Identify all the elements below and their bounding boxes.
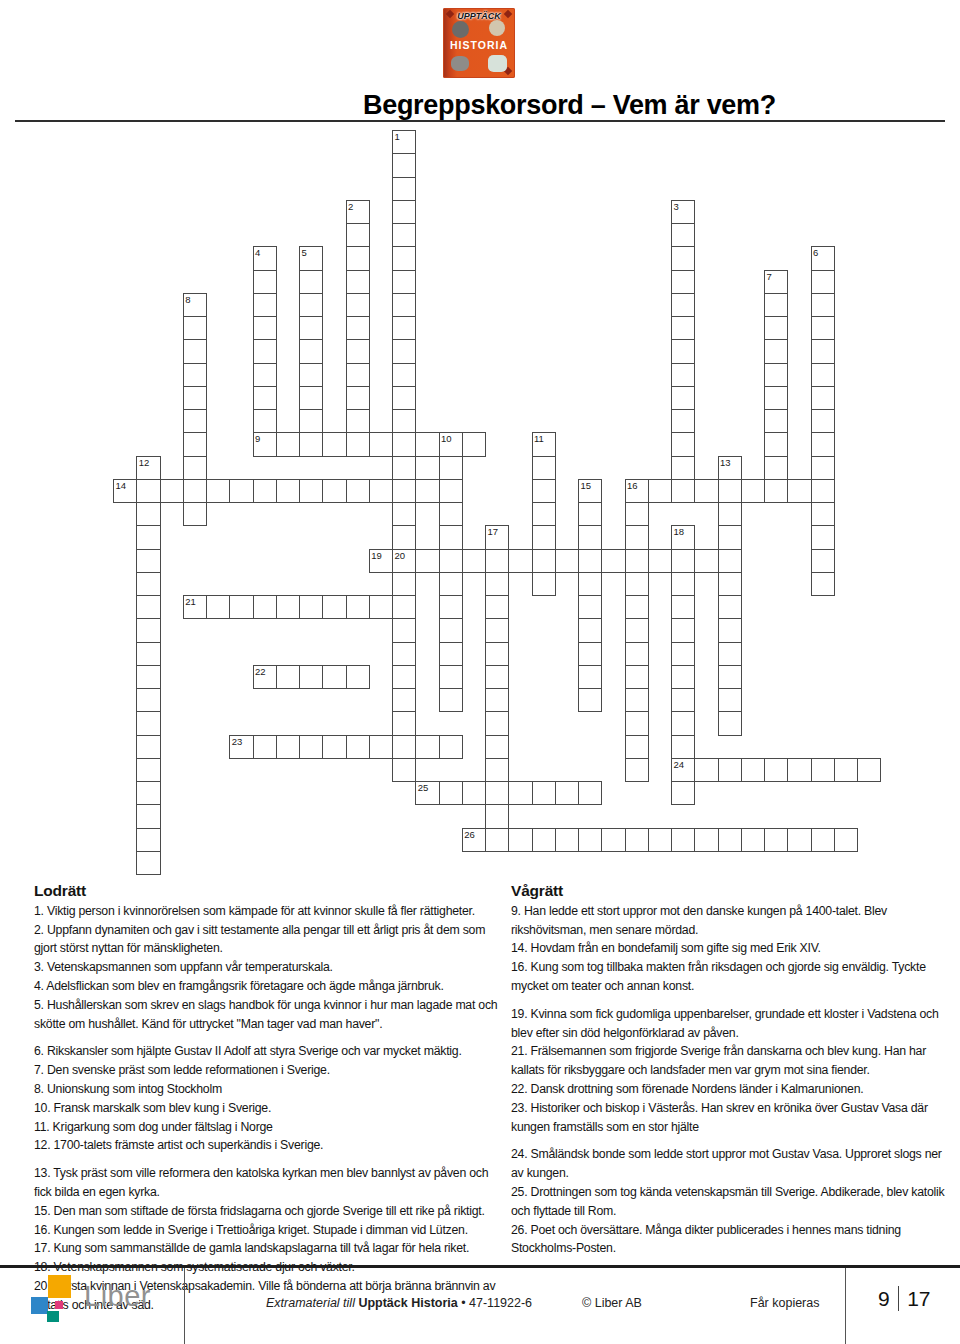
grid-cell[interactable] (485, 735, 509, 759)
grid-cell[interactable] (787, 758, 811, 782)
grid-cell[interactable] (671, 293, 695, 317)
grid-cell[interactable] (136, 688, 160, 712)
grid-cell[interactable] (485, 828, 509, 852)
grid-cell[interactable] (532, 456, 556, 480)
grid-cell[interactable] (578, 525, 602, 549)
grid-cell[interactable] (183, 386, 207, 410)
grid-cell[interactable] (625, 665, 649, 689)
grid-cell[interactable] (601, 549, 625, 573)
grid-cell[interactable] (439, 665, 463, 689)
grid-cell[interactable] (253, 386, 277, 410)
clue: 18. Vetenskapsmannen som systematiserade… (34, 1258, 506, 1277)
grid-cell[interactable] (415, 549, 439, 573)
grid-cell[interactable] (718, 828, 742, 852)
grid-cell[interactable] (253, 595, 277, 619)
clue: 14. Hovdam från en bondefamilj som gifte… (511, 939, 954, 958)
grid-cell[interactable] (671, 572, 695, 596)
grid-cell[interactable] (555, 781, 579, 805)
grid-cell[interactable] (625, 828, 649, 852)
grid-cell[interactable] (369, 595, 393, 619)
grid-cell[interactable] (136, 479, 160, 503)
grid-cell[interactable] (322, 735, 346, 759)
clue-number: 20 (395, 551, 406, 561)
grid-cell[interactable] (462, 549, 486, 573)
footer-material-isbn: • 47-11922-6 (458, 1296, 532, 1310)
clue: 21. Frälsemannen som frigjorde Sverige f… (511, 1042, 954, 1080)
clues-down-title: Lodrätt (34, 882, 506, 901)
grid-cell[interactable] (485, 688, 509, 712)
grid-cell[interactable] (392, 618, 416, 642)
grid-cell[interactable] (346, 246, 370, 270)
grid-cell[interactable] (392, 502, 416, 526)
grid-cell[interactable] (346, 735, 370, 759)
grid-cell[interactable] (811, 432, 835, 456)
grid-cell[interactable] (183, 432, 207, 456)
grid-cell[interactable] (671, 223, 695, 247)
grid-cell[interactable] (718, 525, 742, 549)
clue-number: 7 (767, 272, 772, 282)
grid-cell[interactable] (136, 595, 160, 619)
grid-cell[interactable] (485, 572, 509, 596)
grid-cell[interactable] (462, 432, 486, 456)
grid-cell[interactable] (532, 525, 556, 549)
grid-cell[interactable] (578, 618, 602, 642)
grid-cell[interactable] (276, 665, 300, 689)
grid-cell[interactable] (718, 642, 742, 666)
grid-cell[interactable] (392, 642, 416, 666)
grid-cell[interactable] (741, 479, 765, 503)
grid-cell[interactable] (346, 293, 370, 317)
grid-cell[interactable] (299, 409, 323, 433)
grid-cell[interactable] (625, 735, 649, 759)
grid-cell[interactable] (811, 549, 835, 573)
clues-down-list: 1. Viktig person i kvinnorörelsen som kä… (34, 902, 506, 1315)
grid-cell[interactable] (671, 781, 695, 805)
grid-cell[interactable] (415, 432, 439, 456)
grid-cell[interactable] (136, 549, 160, 573)
grid-cell[interactable] (764, 293, 788, 317)
clue-number: 18 (674, 527, 685, 537)
grid-cell[interactable] (625, 688, 649, 712)
grid-cell[interactable] (718, 572, 742, 596)
grid-cell[interactable] (183, 409, 207, 433)
grid-cell[interactable] (671, 432, 695, 456)
clue: 7. Den svenske präst som ledde reformati… (34, 1061, 506, 1080)
grid-cell[interactable] (671, 270, 695, 294)
grid-cell[interactable] (625, 711, 649, 735)
grid-cell[interactable] (136, 502, 160, 526)
grid-cell[interactable] (625, 758, 649, 782)
clues-across-title: Vågrätt (511, 882, 954, 901)
grid-cell[interactable] (671, 642, 695, 666)
clue: 19. Kvinna som fick gudomliga uppenbarel… (511, 1005, 954, 1043)
grid-cell[interactable] (718, 502, 742, 526)
grid-cell[interactable] (578, 642, 602, 666)
grid-cell[interactable] (811, 316, 835, 340)
grid-cell[interactable] (346, 409, 370, 433)
grid-cell[interactable] (578, 665, 602, 689)
clue: 10. Fransk marskalk som blev kung i Sver… (34, 1099, 506, 1118)
grid-cell[interactable] (625, 642, 649, 666)
grid-cell[interactable] (136, 828, 160, 852)
grid-cell[interactable] (415, 735, 439, 759)
grid-cell[interactable] (532, 572, 556, 596)
grid-cell[interactable] (485, 642, 509, 666)
grid-cell[interactable] (508, 549, 532, 573)
grid-cell[interactable] (718, 711, 742, 735)
footer-rule (0, 1265, 960, 1268)
grid-cell[interactable] (764, 339, 788, 363)
grid-cell[interactable] (671, 456, 695, 480)
grid-cell[interactable] (346, 479, 370, 503)
grid-cell[interactable] (671, 316, 695, 340)
grid-cell[interactable] (229, 479, 253, 503)
clue-number: 5 (302, 248, 307, 258)
grid-cell[interactable] (346, 270, 370, 294)
grid-cell[interactable] (694, 549, 718, 573)
grid-cell[interactable] (183, 456, 207, 480)
grid-cell[interactable] (299, 386, 323, 410)
grid-cell[interactable] (811, 339, 835, 363)
clues-down-column: Lodrätt 1. Viktig person i kvinnorörelse… (34, 882, 506, 1324)
grid-cell[interactable] (811, 828, 835, 852)
grid-cell[interactable] (532, 828, 556, 852)
grid-cell[interactable] (811, 293, 835, 317)
grid-cell[interactable] (415, 479, 439, 503)
grid-cell[interactable] (764, 432, 788, 456)
grid-cell[interactable] (648, 479, 672, 503)
grid-cell[interactable] (253, 363, 277, 387)
grid-cell[interactable] (764, 828, 788, 852)
grid-cell[interactable] (183, 316, 207, 340)
grid-cell[interactable] (811, 456, 835, 480)
clue: 3. Vetenskapsmannen som uppfann vår temp… (34, 958, 506, 977)
grid-cell[interactable] (276, 595, 300, 619)
grid-cell[interactable] (392, 293, 416, 317)
grid-cell[interactable] (183, 502, 207, 526)
grid-cell[interactable] (741, 758, 765, 782)
grid-cell[interactable] (253, 339, 277, 363)
grid-cell[interactable] (811, 572, 835, 596)
grid-cell[interactable] (718, 479, 742, 503)
grid-cell[interactable] (811, 386, 835, 410)
grid-cell[interactable] (811, 479, 835, 503)
grid-cell[interactable] (694, 758, 718, 782)
grid-cell[interactable] (462, 781, 486, 805)
clue: 6. Rikskansler som hjälpte Gustav II Ado… (34, 1042, 506, 1061)
grid-cell[interactable] (532, 781, 556, 805)
clue: 9. Han ledde ett stort uppror mot den da… (511, 902, 954, 940)
grid-cell[interactable] (671, 618, 695, 642)
grid-cell[interactable] (857, 758, 881, 782)
grid-cell[interactable] (532, 502, 556, 526)
grid-cell[interactable] (718, 549, 742, 573)
grid-cell[interactable] (206, 479, 230, 503)
clues-across-column: Vågrätt 9. Han ledde ett stort uppror mo… (511, 882, 954, 1267)
grid-cell[interactable] (392, 688, 416, 712)
clue-number: 9 (255, 434, 260, 444)
grid-cell[interactable] (485, 595, 509, 619)
grid-cell[interactable] (671, 688, 695, 712)
grid-cell[interactable] (392, 200, 416, 224)
grid-cell[interactable] (508, 828, 532, 852)
grid-cell[interactable] (136, 572, 160, 596)
grid-cell[interactable] (439, 572, 463, 596)
grid-cell[interactable] (764, 316, 788, 340)
grid-cell[interactable] (392, 525, 416, 549)
grid-cell[interactable] (299, 432, 323, 456)
grid-cell[interactable] (578, 781, 602, 805)
grid-cell[interactable] (253, 293, 277, 317)
grid-cell[interactable] (392, 386, 416, 410)
grid-cell[interactable] (276, 432, 300, 456)
grid-cell[interactable] (694, 828, 718, 852)
clues-across-list: 9. Han ledde ett stort uppror mot den da… (511, 902, 954, 1258)
grid-cell[interactable] (392, 153, 416, 177)
grid-cell[interactable] (741, 828, 765, 852)
grid-cell[interactable] (392, 595, 416, 619)
grid-cell[interactable] (485, 781, 509, 805)
grid-cell[interactable] (299, 293, 323, 317)
grid-cell[interactable] (346, 223, 370, 247)
grid-cell[interactable] (787, 828, 811, 852)
grid-cell[interactable] (136, 758, 160, 782)
grid-cell[interactable] (369, 735, 393, 759)
grid-cell[interactable] (299, 665, 323, 689)
grid-cell[interactable] (578, 828, 602, 852)
grid-cell[interactable] (648, 549, 672, 573)
clue-group: 24. Småländsk bonde som ledde stort uppr… (511, 1145, 954, 1258)
grid-cell[interactable] (718, 595, 742, 619)
grid-cell[interactable] (532, 479, 556, 503)
grid-cell[interactable] (764, 409, 788, 433)
grid-cell[interactable] (276, 735, 300, 759)
clue: 13. Tysk präst som ville reformera den k… (34, 1164, 506, 1202)
clue: 2. Uppfann dynamiten och gav i sitt test… (34, 921, 506, 959)
grid-cell[interactable] (671, 363, 695, 387)
grid-cell[interactable] (392, 339, 416, 363)
clue-number: 10 (441, 434, 452, 444)
grid-cell[interactable] (671, 246, 695, 270)
grid-cell[interactable] (136, 642, 160, 666)
grid-cell[interactable] (439, 618, 463, 642)
grid-cell[interactable] (299, 339, 323, 363)
grid-cell[interactable] (625, 572, 649, 596)
grid-cell[interactable] (764, 386, 788, 410)
grid-cell[interactable] (555, 828, 579, 852)
grid-cell[interactable] (439, 502, 463, 526)
grid-cell[interactable] (625, 618, 649, 642)
grid-cell[interactable] (136, 804, 160, 828)
grid-cell[interactable] (369, 432, 393, 456)
grid-cell[interactable] (718, 665, 742, 689)
grid-cell[interactable] (136, 665, 160, 689)
grid-cell[interactable] (439, 781, 463, 805)
grid-cell[interactable] (160, 479, 184, 503)
grid-cell[interactable] (485, 549, 509, 573)
footer-material-text: Extramaterial till Upptäck Historia • 47… (266, 1296, 532, 1310)
grid-cell[interactable] (369, 479, 393, 503)
grid-cell[interactable] (346, 432, 370, 456)
grid-cell[interactable] (346, 665, 370, 689)
crossword-board[interactable]: 1234567891011121314151617181920212223242… (0, 0, 960, 900)
grid-cell[interactable] (671, 735, 695, 759)
grid-cell[interactable] (578, 549, 602, 573)
grid-cell[interactable] (253, 735, 277, 759)
grid-cell[interactable] (694, 479, 718, 503)
grid-cell[interactable] (136, 781, 160, 805)
grid-cell[interactable] (787, 479, 811, 503)
grid-cell[interactable] (299, 316, 323, 340)
clue-group: 6. Rikskansler som hjälpte Gustav II Ado… (34, 1042, 506, 1155)
clue-number: 13 (720, 458, 731, 468)
grid-cell[interactable] (811, 502, 835, 526)
grid-cell[interactable] (439, 549, 463, 573)
grid-cell[interactable] (555, 549, 579, 573)
grid-cell[interactable] (299, 735, 323, 759)
clue: 22. Dansk drottning som förenade Nordens… (511, 1080, 954, 1099)
grid-cell[interactable] (718, 688, 742, 712)
grid-cell[interactable] (485, 758, 509, 782)
grid-cell[interactable] (578, 688, 602, 712)
grid-cell[interactable] (392, 758, 416, 782)
grid-cell[interactable] (392, 665, 416, 689)
grid-cell[interactable] (253, 479, 277, 503)
grid-cell[interactable] (276, 479, 300, 503)
grid-cell[interactable] (136, 711, 160, 735)
grid-cell[interactable] (183, 479, 207, 503)
grid-cell[interactable] (392, 409, 416, 433)
grid-cell[interactable] (136, 851, 160, 875)
grid-cell[interactable] (625, 525, 649, 549)
grid-cell[interactable] (718, 618, 742, 642)
grid-cell[interactable] (625, 595, 649, 619)
grid-cell[interactable] (392, 735, 416, 759)
grid-cell[interactable] (439, 456, 463, 480)
grid-cell[interactable] (439, 688, 463, 712)
grid-cell[interactable] (718, 758, 742, 782)
grid-cell[interactable] (601, 828, 625, 852)
grid-cell[interactable] (671, 339, 695, 363)
grid-cell[interactable] (183, 363, 207, 387)
grid-cell[interactable] (392, 432, 416, 456)
clue-number: 1 (395, 132, 400, 142)
grid-cell[interactable] (253, 270, 277, 294)
grid-cell[interactable] (439, 525, 463, 549)
grid-cell[interactable] (392, 223, 416, 247)
grid-cell[interactable] (346, 363, 370, 387)
grid-cell[interactable] (671, 479, 695, 503)
clue: 24. Småländsk bonde som ledde stort uppr… (511, 1145, 954, 1183)
grid-cell[interactable] (136, 525, 160, 549)
clue-number: 19 (371, 551, 382, 561)
grid-cell[interactable] (811, 525, 835, 549)
grid-cell[interactable] (299, 595, 323, 619)
grid-cell[interactable] (811, 758, 835, 782)
grid-cell[interactable] (346, 316, 370, 340)
clue: 17. Kung som sammanställde de gamla land… (34, 1239, 506, 1258)
grid-cell[interactable] (764, 758, 788, 782)
grid-cell[interactable] (299, 363, 323, 387)
grid-cell[interactable] (485, 711, 509, 735)
grid-cell[interactable] (834, 758, 858, 782)
grid-cell[interactable] (322, 432, 346, 456)
grid-cell[interactable] (671, 595, 695, 619)
grid-cell[interactable] (485, 665, 509, 689)
grid-cell[interactable] (392, 456, 416, 480)
grid-cell[interactable] (346, 595, 370, 619)
grid-cell[interactable] (206, 595, 230, 619)
clue-number: 26 (464, 830, 475, 840)
liber-logo-magenta-square-icon (55, 1301, 63, 1309)
grid-cell[interactable] (811, 363, 835, 387)
grid-cell[interactable] (136, 618, 160, 642)
grid-cell[interactable] (392, 270, 416, 294)
grid-cell[interactable] (671, 828, 695, 852)
clue: 15. Den man som stiftade de första frids… (34, 1202, 506, 1221)
grid-cell[interactable] (253, 409, 277, 433)
clue-group: 1. Viktig person i kvinnorörelsen som kä… (34, 902, 506, 1034)
grid-cell[interactable] (392, 479, 416, 503)
grid-cell[interactable] (392, 363, 416, 387)
grid-cell[interactable] (299, 479, 323, 503)
grid-cell[interactable] (392, 246, 416, 270)
grid-cell[interactable] (322, 595, 346, 619)
grid-cell[interactable] (671, 711, 695, 735)
grid-cell[interactable] (183, 339, 207, 363)
grid-cell[interactable] (439, 642, 463, 666)
grid-cell[interactable] (299, 270, 323, 294)
grid-cell[interactable] (346, 386, 370, 410)
grid-cell[interactable] (253, 316, 277, 340)
grid-cell[interactable] (532, 549, 556, 573)
grid-cell[interactable] (671, 549, 695, 573)
grid-cell[interactable] (392, 316, 416, 340)
grid-cell[interactable] (625, 502, 649, 526)
grid-cell[interactable] (439, 479, 463, 503)
grid-cell[interactable] (671, 386, 695, 410)
grid-cell[interactable] (625, 549, 649, 573)
grid-cell[interactable] (671, 665, 695, 689)
grid-cell[interactable] (764, 363, 788, 387)
grid-cell[interactable] (136, 735, 160, 759)
grid-cell[interactable] (392, 572, 416, 596)
grid-cell[interactable] (764, 479, 788, 503)
grid-cell[interactable] (671, 409, 695, 433)
grid-cell[interactable] (578, 572, 602, 596)
grid-cell[interactable] (229, 595, 253, 619)
grid-cell[interactable] (346, 339, 370, 363)
grid-cell[interactable] (648, 828, 672, 852)
grid-cell[interactable] (322, 479, 346, 503)
grid-cell[interactable] (578, 595, 602, 619)
clue: 25. Drottningen som tog kända vetenskaps… (511, 1183, 954, 1221)
grid-cell[interactable] (834, 828, 858, 852)
grid-cell[interactable] (392, 711, 416, 735)
grid-cell[interactable] (322, 665, 346, 689)
grid-cell[interactable] (392, 177, 416, 201)
grid-cell[interactable] (508, 781, 532, 805)
grid-cell[interactable] (485, 804, 509, 828)
grid-cell[interactable] (578, 502, 602, 526)
grid-cell[interactable] (764, 456, 788, 480)
grid-cell[interactable] (811, 409, 835, 433)
grid-cell[interactable] (811, 270, 835, 294)
page-number: 9 17 (878, 1286, 931, 1311)
grid-cell[interactable] (439, 735, 463, 759)
grid-cell[interactable] (485, 618, 509, 642)
grid-cell[interactable] (439, 595, 463, 619)
